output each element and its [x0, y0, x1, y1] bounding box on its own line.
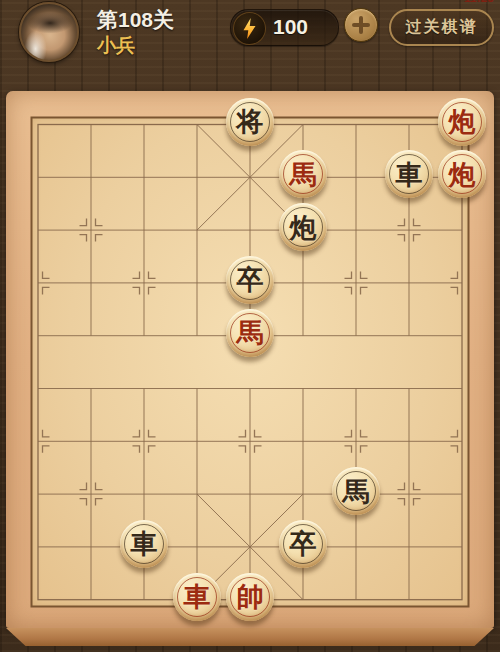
lightning-icon	[242, 18, 257, 39]
piece-glyph: 車	[120, 520, 168, 568]
lightning-icon-wrap	[233, 12, 266, 45]
piece-glyph: 馬	[279, 150, 327, 198]
piece-black-cannon[interactable]: 炮	[279, 203, 327, 251]
piece-red-chariot[interactable]: 車	[173, 573, 221, 621]
plus-icon	[359, 16, 363, 34]
piece-black-general[interactable]: 将	[226, 98, 274, 146]
player-avatar[interactable]	[19, 2, 79, 62]
piece-black-chariot[interactable]: 車	[120, 520, 168, 568]
piece-red-horse[interactable]: 馬	[279, 150, 327, 198]
energy-counter: 100	[230, 9, 339, 46]
piece-glyph: 炮	[438, 150, 486, 198]
piece-glyph: 馬	[226, 309, 274, 357]
piece-glyph: 馬	[332, 467, 380, 515]
piece-red-general[interactable]: 帥	[226, 573, 274, 621]
add-energy-button[interactable]	[344, 8, 378, 42]
piece-glyph: 炮	[438, 98, 486, 146]
piece-black-soldier[interactable]: 卒	[226, 256, 274, 304]
piece-glyph: 卒	[279, 520, 327, 568]
piece-glyph: 将	[226, 98, 274, 146]
piece-red-cannon[interactable]: 炮	[438, 98, 486, 146]
pieces-layer: 将炮馬車炮炮卒馬馬車卒車帥	[0, 0, 500, 652]
stage-name: 小兵	[97, 33, 135, 59]
piece-black-soldier[interactable]: 卒	[279, 520, 327, 568]
energy-value: 100	[273, 15, 308, 39]
piece-glyph: 車	[173, 573, 221, 621]
piece-glyph: 帥	[226, 573, 274, 621]
piece-glyph: 車	[385, 150, 433, 198]
kifu-button[interactable]: 过关棋谱	[389, 9, 494, 46]
piece-glyph: 卒	[226, 256, 274, 304]
level-title: 第108关	[97, 6, 174, 34]
piece-red-horse[interactable]: 馬	[226, 309, 274, 357]
piece-red-cannon[interactable]: 炮	[438, 150, 486, 198]
clock-fragment: 11:25	[438, 0, 494, 5]
piece-black-chariot[interactable]: 車	[385, 150, 433, 198]
clock-fragment-clip: 11:25	[438, 0, 494, 6]
piece-glyph: 炮	[279, 203, 327, 251]
piece-black-horse[interactable]: 馬	[332, 467, 380, 515]
